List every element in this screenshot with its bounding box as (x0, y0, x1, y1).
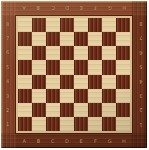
rank-label-7: 7 (4, 31, 12, 45)
square-f4[interactable] (88, 75, 102, 89)
file-label-g: G (103, 137, 117, 145)
square-a3[interactable] (18, 89, 32, 103)
square-b7[interactable] (32, 32, 46, 46)
rank-label-6: 6 (137, 46, 145, 60)
square-h4[interactable] (116, 75, 130, 89)
square-a6[interactable] (18, 46, 32, 60)
squares-grid (18, 18, 130, 131)
square-c5[interactable] (46, 60, 60, 74)
file-label-h: H (117, 4, 131, 12)
square-c4[interactable] (46, 75, 60, 89)
square-a5[interactable] (18, 60, 32, 74)
file-label-b: B (31, 4, 45, 12)
file-labels-top: ABCDEFGH (17, 4, 131, 12)
square-g1[interactable] (102, 117, 116, 131)
square-e5[interactable] (74, 60, 88, 74)
rank-label-3: 3 (4, 89, 12, 103)
file-label-a: A (17, 137, 31, 145)
square-d7[interactable] (60, 32, 74, 46)
square-e1[interactable] (74, 117, 88, 131)
square-a2[interactable] (18, 103, 32, 117)
square-h6[interactable] (116, 46, 130, 60)
file-label-h: H (117, 137, 131, 145)
rank-label-2: 2 (137, 103, 145, 117)
file-label-c: C (46, 4, 60, 12)
square-f8[interactable] (88, 18, 102, 32)
rank-label-8: 8 (4, 17, 12, 31)
square-e6[interactable] (74, 46, 88, 60)
square-e8[interactable] (74, 18, 88, 32)
square-d1[interactable] (60, 117, 74, 131)
square-c1[interactable] (46, 117, 60, 131)
rank-label-8: 8 (137, 17, 145, 31)
square-a7[interactable] (18, 32, 32, 46)
rank-label-1: 1 (4, 118, 12, 132)
square-h1[interactable] (116, 117, 130, 131)
file-label-b: B (31, 137, 45, 145)
square-g7[interactable] (102, 32, 116, 46)
square-b8[interactable] (32, 18, 46, 32)
square-f2[interactable] (88, 103, 102, 117)
square-h8[interactable] (116, 18, 130, 32)
board-inner-strip (15, 15, 133, 134)
rank-label-5: 5 (4, 60, 12, 74)
square-f6[interactable] (88, 46, 102, 60)
square-h3[interactable] (116, 89, 130, 103)
square-h5[interactable] (116, 60, 130, 74)
square-c3[interactable] (46, 89, 60, 103)
rank-label-1: 1 (137, 118, 145, 132)
file-label-e: E (74, 4, 88, 12)
square-a4[interactable] (18, 75, 32, 89)
square-b6[interactable] (32, 46, 46, 60)
file-label-e: E (74, 137, 88, 145)
rank-label-3: 3 (137, 89, 145, 103)
square-a8[interactable] (18, 18, 32, 32)
square-b4[interactable] (32, 75, 46, 89)
square-b5[interactable] (32, 60, 46, 74)
file-label-c: C (46, 137, 60, 145)
square-g3[interactable] (102, 89, 116, 103)
file-label-f: F (88, 137, 102, 145)
rank-label-2: 2 (4, 103, 12, 117)
square-d5[interactable] (60, 60, 74, 74)
square-c6[interactable] (46, 46, 60, 60)
rank-labels-left: 87654321 (4, 17, 12, 132)
square-b3[interactable] (32, 89, 46, 103)
square-a1[interactable] (18, 117, 32, 131)
square-h7[interactable] (116, 32, 130, 46)
rank-label-4: 4 (4, 75, 12, 89)
square-c7[interactable] (46, 32, 60, 46)
square-g6[interactable] (102, 46, 116, 60)
chess-board: ABCDEFGH ABCDEFGH 87654321 87654321 (1, 1, 147, 148)
square-g4[interactable] (102, 75, 116, 89)
square-f1[interactable] (88, 117, 102, 131)
rank-label-4: 4 (137, 75, 145, 89)
square-h2[interactable] (116, 103, 130, 117)
square-b1[interactable] (32, 117, 46, 131)
square-g8[interactable] (102, 18, 116, 32)
square-c8[interactable] (46, 18, 60, 32)
file-label-d: D (60, 4, 74, 12)
square-d6[interactable] (60, 46, 74, 60)
rank-label-6: 6 (4, 46, 12, 60)
file-label-d: D (60, 137, 74, 145)
file-label-a: A (17, 4, 31, 12)
square-f3[interactable] (88, 89, 102, 103)
square-e7[interactable] (74, 32, 88, 46)
square-e2[interactable] (74, 103, 88, 117)
file-label-g: G (103, 4, 117, 12)
rank-label-5: 5 (137, 60, 145, 74)
square-b2[interactable] (32, 103, 46, 117)
square-f7[interactable] (88, 32, 102, 46)
square-g2[interactable] (102, 103, 116, 117)
square-g5[interactable] (102, 60, 116, 74)
square-c2[interactable] (46, 103, 60, 117)
rank-labels-right: 87654321 (137, 17, 145, 132)
square-e3[interactable] (74, 89, 88, 103)
square-d2[interactable] (60, 103, 74, 117)
file-label-f: F (88, 4, 102, 12)
square-e4[interactable] (74, 75, 88, 89)
file-labels-bottom: ABCDEFGH (17, 137, 131, 145)
square-d4[interactable] (60, 75, 74, 89)
rank-label-7: 7 (137, 31, 145, 45)
square-d3[interactable] (60, 89, 74, 103)
square-d8[interactable] (60, 18, 74, 32)
square-f5[interactable] (88, 60, 102, 74)
